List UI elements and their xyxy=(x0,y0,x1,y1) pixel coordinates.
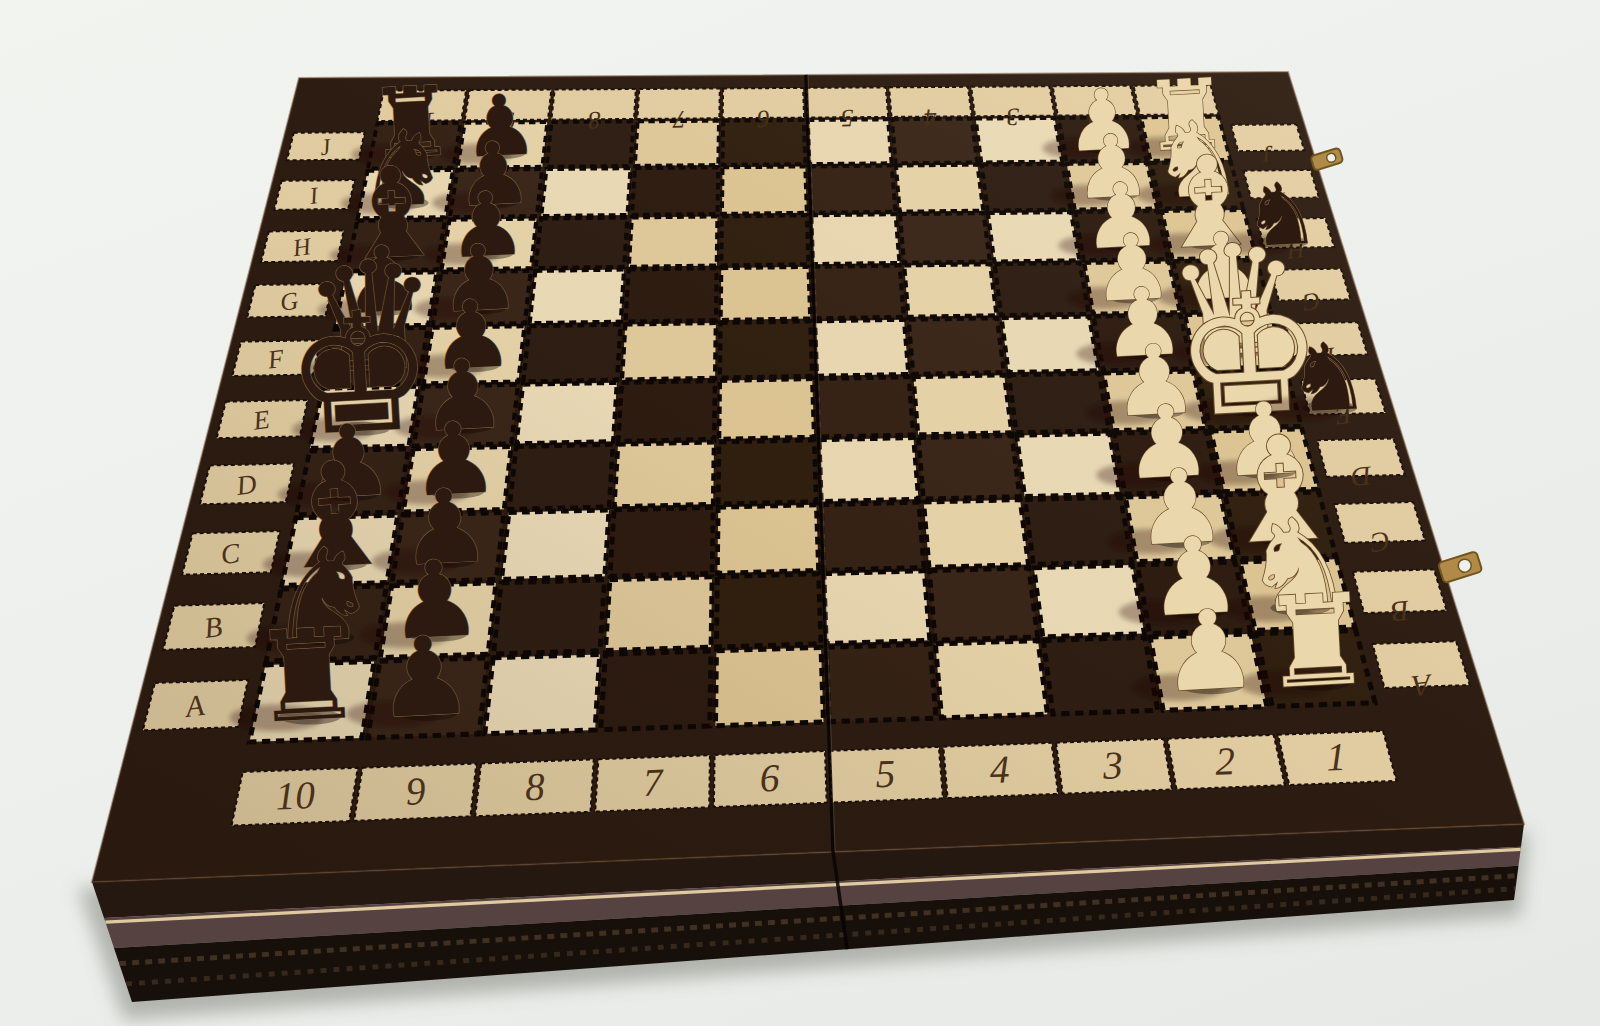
chessboard-svg: 1010AA99BB88CC77DD66EE55FF44GG33HH22II11… xyxy=(0,0,1600,1026)
square-e3 xyxy=(1009,373,1109,432)
label-bottom-8: 8 xyxy=(524,765,545,809)
square-h6 xyxy=(721,215,808,265)
square-f3 xyxy=(1002,317,1099,373)
square-d3 xyxy=(1017,433,1120,496)
square-f6 xyxy=(720,321,812,377)
label-bottom-7: 7 xyxy=(642,760,664,804)
square-i7 xyxy=(632,167,718,215)
svg-text:♜: ♜ xyxy=(1257,566,1376,717)
square-c5 xyxy=(821,502,923,570)
square-g5 xyxy=(813,265,904,318)
square-e5 xyxy=(817,377,913,437)
square-e4 xyxy=(913,375,1011,434)
square-a3 xyxy=(1043,637,1157,714)
square-a8 xyxy=(485,654,600,733)
square-c7 xyxy=(610,507,713,576)
square-e7 xyxy=(618,381,715,441)
label-top-6: 6 xyxy=(756,105,770,132)
label-bottom-1: 1 xyxy=(1325,735,1346,779)
square-e8 xyxy=(516,383,616,444)
square-i5 xyxy=(810,166,896,213)
piece-black-pawn-a9: ♟ xyxy=(372,611,476,743)
piece-black-rook-a10: ♜ xyxy=(248,600,367,751)
square-h7 xyxy=(629,216,718,266)
square-b3 xyxy=(1034,565,1144,637)
label-right-B: B xyxy=(1390,595,1411,629)
piece-white-pawn-a2: ♟ xyxy=(1157,585,1261,717)
square-d7 xyxy=(614,442,714,506)
label-bottom-6: 6 xyxy=(759,756,780,800)
label-bottom-3: 3 xyxy=(1101,743,1123,787)
board-photo-scene: Angled overhead photo of a folding woode… xyxy=(0,0,1600,1026)
square-g6 xyxy=(721,267,811,320)
square-a6 xyxy=(715,647,823,725)
label-bottom-5: 5 xyxy=(875,752,896,796)
square-i8 xyxy=(541,168,630,216)
square-a5 xyxy=(826,644,936,722)
label-top-4: 4 xyxy=(924,104,937,131)
square-c3 xyxy=(1025,497,1132,564)
label-bottom-10: 10 xyxy=(275,773,316,817)
square-b7 xyxy=(606,577,713,651)
square-f7 xyxy=(622,323,716,380)
label-bottom-4: 4 xyxy=(989,747,1010,791)
square-a7 xyxy=(601,651,711,730)
square-g8 xyxy=(530,270,624,324)
square-h3 xyxy=(988,212,1079,261)
square-g4 xyxy=(904,264,996,317)
square-b4 xyxy=(929,568,1037,640)
label-left-D: D xyxy=(234,469,258,501)
label-right-D: D xyxy=(1350,460,1374,492)
label-top-3: 3 xyxy=(1006,104,1020,131)
svg-text:♟: ♟ xyxy=(372,611,476,743)
square-i6 xyxy=(722,166,807,213)
square-d5 xyxy=(819,438,918,502)
square-c8 xyxy=(502,510,609,579)
label-left-E: E xyxy=(251,404,272,436)
square-c6 xyxy=(717,505,818,573)
piece-white-rook-a1: ♜ xyxy=(1257,566,1376,717)
square-f8 xyxy=(523,324,620,381)
svg-text:♜: ♜ xyxy=(248,600,367,751)
svg-text:♟: ♟ xyxy=(1157,585,1261,717)
label-bottom-2: 2 xyxy=(1214,739,1235,783)
square-e6 xyxy=(719,379,814,439)
label-top-5: 5 xyxy=(841,105,854,132)
label-top-8: 8 xyxy=(587,107,601,134)
square-d4 xyxy=(918,436,1019,499)
square-h8 xyxy=(536,217,628,268)
brass-clasp-lower xyxy=(1438,551,1482,583)
square-a4 xyxy=(935,641,1047,718)
square-d8 xyxy=(509,444,613,509)
square-h5 xyxy=(811,214,899,264)
square-g3 xyxy=(995,263,1089,315)
label-bottom-9: 9 xyxy=(405,769,426,813)
square-d6 xyxy=(718,440,816,504)
square-f4 xyxy=(909,318,1004,374)
square-c4 xyxy=(924,500,1029,568)
square-f5 xyxy=(815,320,908,376)
square-b8 xyxy=(494,580,605,654)
square-i4 xyxy=(896,165,983,212)
square-h4 xyxy=(900,213,990,263)
square-i3 xyxy=(982,164,1071,211)
square-b6 xyxy=(716,574,820,647)
square-g7 xyxy=(625,268,716,321)
square-b5 xyxy=(824,571,930,644)
